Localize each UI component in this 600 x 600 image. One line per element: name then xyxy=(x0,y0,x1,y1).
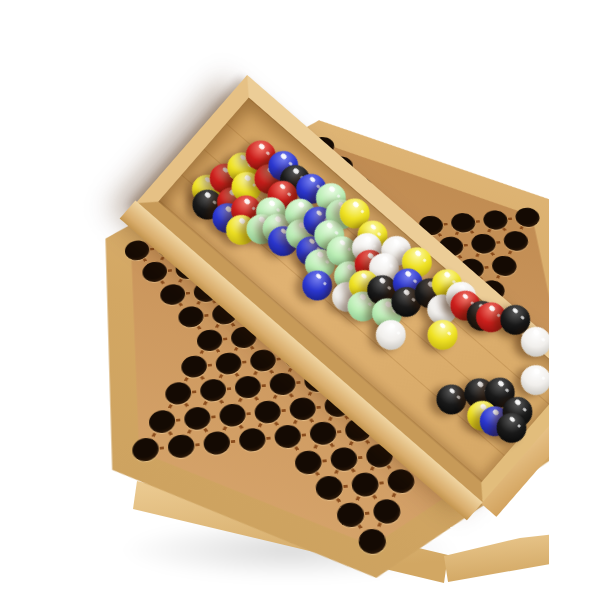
board-hole[interactable] xyxy=(234,375,261,399)
board-hole[interactable] xyxy=(371,498,401,525)
hole-connector-line xyxy=(237,398,243,405)
board-hole[interactable] xyxy=(183,406,210,431)
hole-connector-line xyxy=(242,360,249,363)
hole-connector-line xyxy=(272,395,278,402)
hole-connector-line xyxy=(230,322,236,328)
hole-connector-line xyxy=(281,409,288,412)
board-hole[interactable] xyxy=(502,230,530,251)
hole-connector-line xyxy=(294,446,301,453)
hole-connector-line xyxy=(348,441,354,448)
hole-connector-line xyxy=(159,446,166,449)
hole-connector-line xyxy=(322,459,330,462)
photo-crop-area xyxy=(0,0,549,600)
hole-connector-line xyxy=(507,217,514,220)
hole-connector-line xyxy=(301,433,309,436)
hole-connector-line xyxy=(312,444,318,451)
board-hole[interactable] xyxy=(218,403,246,428)
board-hole[interactable] xyxy=(249,349,276,373)
hole-connector-line xyxy=(484,266,491,269)
board-hole[interactable] xyxy=(238,428,266,453)
board-hole[interactable] xyxy=(180,355,207,379)
yellow-marble[interactable] xyxy=(421,314,463,356)
hole-connector-line xyxy=(202,401,208,408)
hole-connector-line xyxy=(204,314,211,317)
hole-connector-line xyxy=(177,279,183,285)
board-hole[interactable] xyxy=(490,255,518,277)
hole-connector-line xyxy=(475,220,482,223)
hole-connector-line xyxy=(192,391,199,394)
hole-connector-line xyxy=(364,511,372,515)
hole-connector-line xyxy=(246,412,253,415)
white-marble[interactable] xyxy=(515,359,549,401)
hole-connector-line xyxy=(379,481,387,485)
hole-connector-line xyxy=(195,443,203,446)
board-hole[interactable] xyxy=(177,306,203,329)
hole-connector-line xyxy=(343,485,351,489)
hole-connector-line xyxy=(365,439,372,446)
hole-connector-line xyxy=(443,222,450,225)
hole-connector-line xyxy=(211,415,218,418)
hole-connector-line xyxy=(175,418,182,421)
hole-connector-line xyxy=(167,269,174,272)
hole-connector-line xyxy=(357,456,365,459)
board-hole[interactable] xyxy=(357,528,387,555)
board-hole[interactable] xyxy=(164,382,191,406)
board-hole[interactable] xyxy=(314,475,343,501)
hole-connector-line xyxy=(266,437,274,440)
hole-connector-line xyxy=(230,440,238,443)
hole-connector-line xyxy=(223,337,230,340)
hole-connector-line xyxy=(226,387,233,390)
board-hole[interactable] xyxy=(288,396,316,421)
hole-connector-line xyxy=(496,241,503,244)
hole-connector-line xyxy=(261,384,268,387)
product-photo-stage xyxy=(0,0,600,600)
board-hole[interactable] xyxy=(350,472,379,498)
board-hole[interactable] xyxy=(131,437,158,462)
hole-connector-line xyxy=(354,496,360,503)
board-hole[interactable] xyxy=(253,400,281,425)
hole-connector-line xyxy=(214,324,220,330)
board-hole[interactable] xyxy=(308,421,336,446)
hole-connector-line xyxy=(391,492,397,499)
board-hole[interactable] xyxy=(513,207,541,228)
hole-connector-line xyxy=(463,244,470,247)
hole-connector-line xyxy=(372,494,379,501)
board-hole[interactable] xyxy=(273,424,301,449)
hole-connector-line xyxy=(296,381,303,384)
hole-connector-line xyxy=(197,325,203,331)
hole-connector-line xyxy=(336,498,343,505)
hole-connector-line xyxy=(330,443,337,450)
board-hole[interactable] xyxy=(148,409,175,434)
hole-connector-line xyxy=(474,253,479,259)
board-hole[interactable] xyxy=(199,379,226,403)
hole-connector-line xyxy=(167,404,173,411)
hole-connector-line xyxy=(490,252,497,258)
board-hole[interactable] xyxy=(167,434,194,459)
hole-connector-line xyxy=(185,291,192,294)
hole-connector-line xyxy=(316,405,323,408)
board-hole[interactable] xyxy=(215,352,242,376)
hole-connector-line xyxy=(336,430,344,433)
board-hole[interactable] xyxy=(202,431,230,456)
hole-connector-line xyxy=(207,363,214,366)
hole-connector-line xyxy=(307,392,313,399)
board-hole[interactable] xyxy=(142,261,167,283)
hole-connector-line xyxy=(507,250,512,256)
